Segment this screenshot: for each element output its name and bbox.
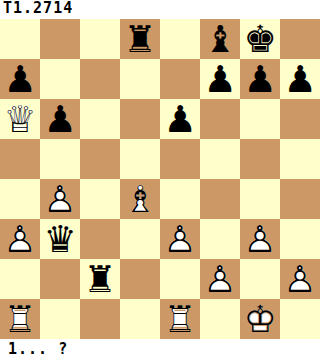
puzzle-title: T1.2714 [0,0,320,19]
piece-black-bishop[interactable]: ♝ [200,19,240,59]
piece-black-pawn[interactable]: ♟ [0,59,40,99]
square-d8[interactable]: ♜ [120,19,160,59]
square-h6[interactable] [280,99,320,139]
piece-white-rook[interactable]: ♜♖ [160,299,200,339]
piece-white-pawn[interactable]: ♟♙ [40,179,80,219]
piece-black-king[interactable]: ♚ [240,19,280,59]
square-f6[interactable] [200,99,240,139]
square-a8[interactable] [0,19,40,59]
white-piece-outline: ♖ [0,299,40,339]
white-piece-outline: ♖ [160,299,200,339]
piece-white-pawn[interactable]: ♟♙ [0,219,40,259]
piece-black-rook[interactable]: ♜ [80,259,120,299]
white-piece-outline: ♗ [120,179,160,219]
square-b8[interactable] [40,19,80,59]
move-prompt: 1... ? [0,339,320,360]
square-h8[interactable] [280,19,320,59]
square-a2[interactable] [0,259,40,299]
white-piece-outline: ♙ [280,259,320,299]
square-h5[interactable] [280,139,320,179]
black-piece-glyph: ♚ [240,19,280,59]
square-g4[interactable] [240,179,280,219]
square-c5[interactable] [80,139,120,179]
chess-board: ♜♝♚♟♟♟♟♛♕♟♟♟♙♝♗♟♙♛♟♙♟♙♜♟♙♟♙♜♖♜♖♚♔ [0,19,320,339]
square-e6[interactable]: ♟ [160,99,200,139]
square-f8[interactable]: ♝ [200,19,240,59]
square-c1[interactable] [80,299,120,339]
square-g6[interactable] [240,99,280,139]
white-piece-outline: ♙ [200,259,240,299]
piece-white-pawn[interactable]: ♟♙ [280,259,320,299]
square-c6[interactable] [80,99,120,139]
piece-white-pawn[interactable]: ♟♙ [160,219,200,259]
white-piece-outline: ♙ [0,219,40,259]
square-e1[interactable]: ♜♖ [160,299,200,339]
black-piece-glyph: ♝ [200,19,240,59]
piece-black-pawn[interactable]: ♟ [280,59,320,99]
square-h1[interactable] [280,299,320,339]
black-piece-glyph: ♜ [120,19,160,59]
black-piece-glyph: ♟ [200,59,240,99]
square-c4[interactable] [80,179,120,219]
square-d4[interactable]: ♝♗ [120,179,160,219]
square-d1[interactable] [120,299,160,339]
piece-white-king[interactable]: ♚♔ [240,299,280,339]
black-piece-glyph: ♟ [280,59,320,99]
piece-black-pawn[interactable]: ♟ [200,59,240,99]
square-g1[interactable]: ♚♔ [240,299,280,339]
square-e8[interactable] [160,19,200,59]
piece-white-rook[interactable]: ♜♖ [0,299,40,339]
square-b6[interactable]: ♟ [40,99,80,139]
square-a4[interactable] [0,179,40,219]
square-f4[interactable] [200,179,240,219]
square-a5[interactable] [0,139,40,179]
square-d2[interactable] [120,259,160,299]
piece-black-pawn[interactable]: ♟ [240,59,280,99]
square-c3[interactable] [80,219,120,259]
square-h7[interactable]: ♟ [280,59,320,99]
square-b4[interactable]: ♟♙ [40,179,80,219]
square-a1[interactable]: ♜♖ [0,299,40,339]
square-f7[interactable]: ♟ [200,59,240,99]
white-piece-outline: ♙ [40,179,80,219]
square-d7[interactable] [120,59,160,99]
square-a6[interactable]: ♛♕ [0,99,40,139]
black-piece-glyph: ♛ [40,219,80,259]
square-b3[interactable]: ♛ [40,219,80,259]
black-piece-glyph: ♟ [0,59,40,99]
square-c2[interactable]: ♜ [80,259,120,299]
square-c7[interactable] [80,59,120,99]
black-piece-glyph: ♟ [240,59,280,99]
square-f1[interactable] [200,299,240,339]
square-f2[interactable]: ♟♙ [200,259,240,299]
piece-white-pawn[interactable]: ♟♙ [200,259,240,299]
piece-black-pawn[interactable]: ♟ [160,99,200,139]
piece-white-bishop[interactable]: ♝♗ [120,179,160,219]
square-g8[interactable]: ♚ [240,19,280,59]
white-piece-outline: ♕ [0,99,40,139]
piece-white-pawn[interactable]: ♟♙ [240,219,280,259]
square-b2[interactable] [40,259,80,299]
square-b5[interactable] [40,139,80,179]
square-e3[interactable]: ♟♙ [160,219,200,259]
white-piece-outline: ♙ [240,219,280,259]
white-piece-outline: ♔ [240,299,280,339]
black-piece-glyph: ♟ [40,99,80,139]
piece-black-rook[interactable]: ♜ [120,19,160,59]
piece-black-pawn[interactable]: ♟ [40,99,80,139]
square-h3[interactable] [280,219,320,259]
square-g5[interactable] [240,139,280,179]
square-e7[interactable] [160,59,200,99]
square-f5[interactable] [200,139,240,179]
square-g7[interactable]: ♟ [240,59,280,99]
square-h2[interactable]: ♟♙ [280,259,320,299]
square-b7[interactable] [40,59,80,99]
piece-white-queen[interactable]: ♛♕ [0,99,40,139]
square-c8[interactable] [80,19,120,59]
square-g2[interactable] [240,259,280,299]
square-d6[interactable] [120,99,160,139]
square-h4[interactable] [280,179,320,219]
square-e4[interactable] [160,179,200,219]
black-piece-glyph: ♜ [80,259,120,299]
square-a7[interactable]: ♟ [0,59,40,99]
black-piece-glyph: ♟ [160,99,200,139]
square-a3[interactable]: ♟♙ [0,219,40,259]
square-d3[interactable] [120,219,160,259]
square-d5[interactable] [120,139,160,179]
square-g3[interactable]: ♟♙ [240,219,280,259]
square-f3[interactable] [200,219,240,259]
square-e5[interactable] [160,139,200,179]
piece-black-queen[interactable]: ♛ [40,219,80,259]
white-piece-outline: ♙ [160,219,200,259]
square-b1[interactable] [40,299,80,339]
square-e2[interactable] [160,259,200,299]
